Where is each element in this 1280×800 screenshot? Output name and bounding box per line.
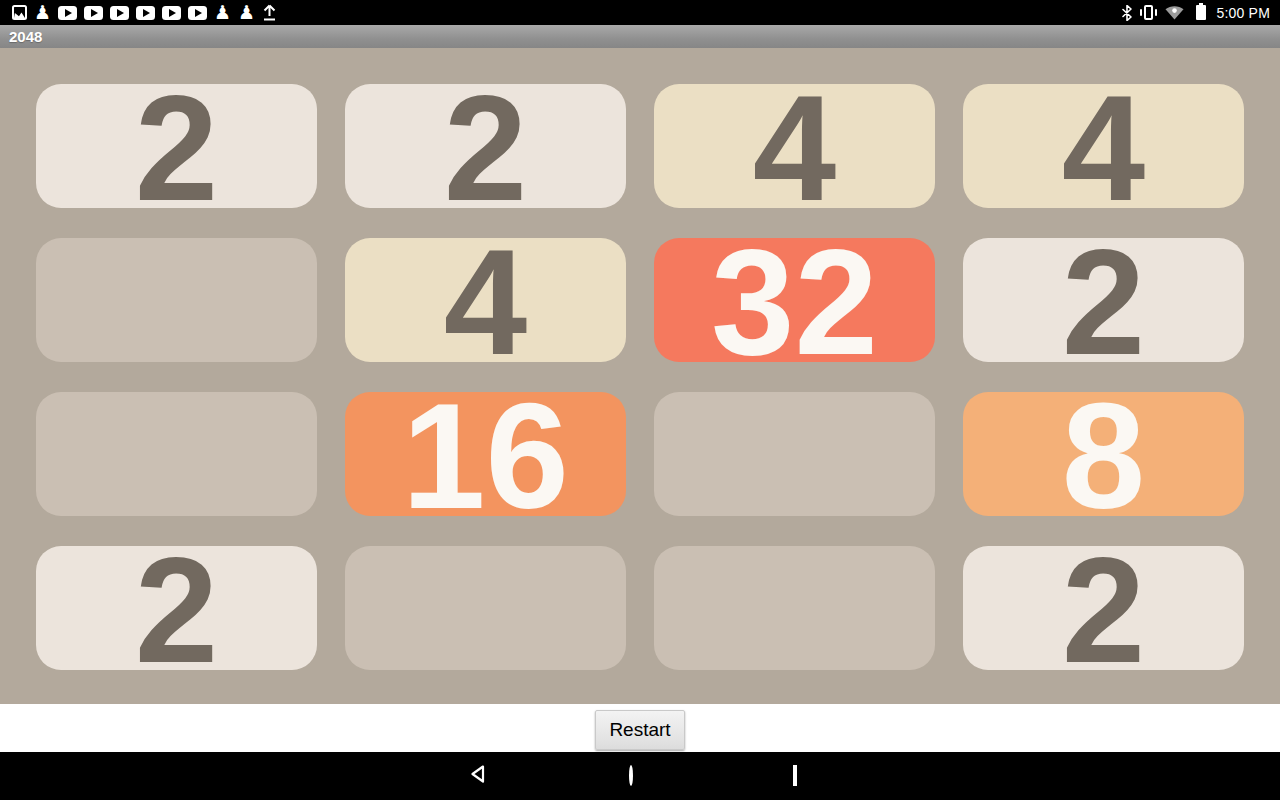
title-bar: 2048 (0, 25, 1280, 48)
tile-16-r3c2: 16 (345, 392, 626, 516)
bottom-bar: Restart (0, 704, 1280, 752)
empty-cell-r2c1 (36, 238, 317, 362)
tile-2-r4c1: 2 (36, 546, 317, 670)
notification-icons: ♟♟♟ (0, 0, 277, 25)
video-icon (136, 6, 155, 20)
restart-button[interactable]: Restart (595, 710, 684, 750)
pawn-icon: ♟ (34, 0, 51, 25)
recents-icon[interactable] (793, 767, 797, 785)
video-icon (84, 6, 103, 20)
empty-cell-r3c3 (654, 392, 935, 516)
tile-2-r4c4: 2 (963, 546, 1244, 670)
video-icon (58, 6, 77, 20)
tile-8-r3c4: 8 (963, 392, 1244, 516)
navigation-bar (0, 752, 1280, 800)
video-icon (110, 6, 129, 20)
empty-cell-r3c1 (36, 392, 317, 516)
pawn-icon: ♟ (214, 0, 231, 25)
screenshot-icon (12, 5, 27, 20)
upload-icon (262, 4, 277, 21)
empty-cell-r4c3 (654, 546, 935, 670)
clock-text: 5:00 PM (1214, 5, 1270, 21)
battery-icon (1196, 5, 1206, 20)
tile-4-r2c2: 4 (345, 238, 626, 362)
tile-2-r1c2: 2 (345, 84, 626, 208)
video-icon (188, 6, 207, 20)
tile-32-r2c3: 32 (654, 238, 935, 362)
tile-2-r2c4: 2 (963, 238, 1244, 362)
system-icons: 5:00 PM (1122, 0, 1280, 25)
back-icon[interactable] (469, 764, 487, 788)
video-icon (162, 6, 181, 20)
wifi-icon (1165, 6, 1184, 20)
tile-4-r1c3: 4 (654, 84, 935, 208)
tile-2-r1c1: 2 (36, 84, 317, 208)
board-grid: 2244432216822 (36, 84, 1244, 670)
screen: ♟♟♟ 5:00 PM 2048 2244432216822 Restart (0, 0, 1280, 800)
tile-4-r1c4: 4 (963, 84, 1244, 208)
app-title: 2048 (0, 28, 42, 45)
status-bar: ♟♟♟ 5:00 PM (0, 0, 1280, 25)
vibrate-icon (1140, 5, 1157, 20)
pawn-icon: ♟ (238, 0, 255, 25)
empty-cell-r4c2 (345, 546, 626, 670)
board[interactable]: 2244432216822 (0, 48, 1280, 704)
home-icon[interactable] (629, 767, 633, 785)
bluetooth-icon (1122, 5, 1132, 21)
